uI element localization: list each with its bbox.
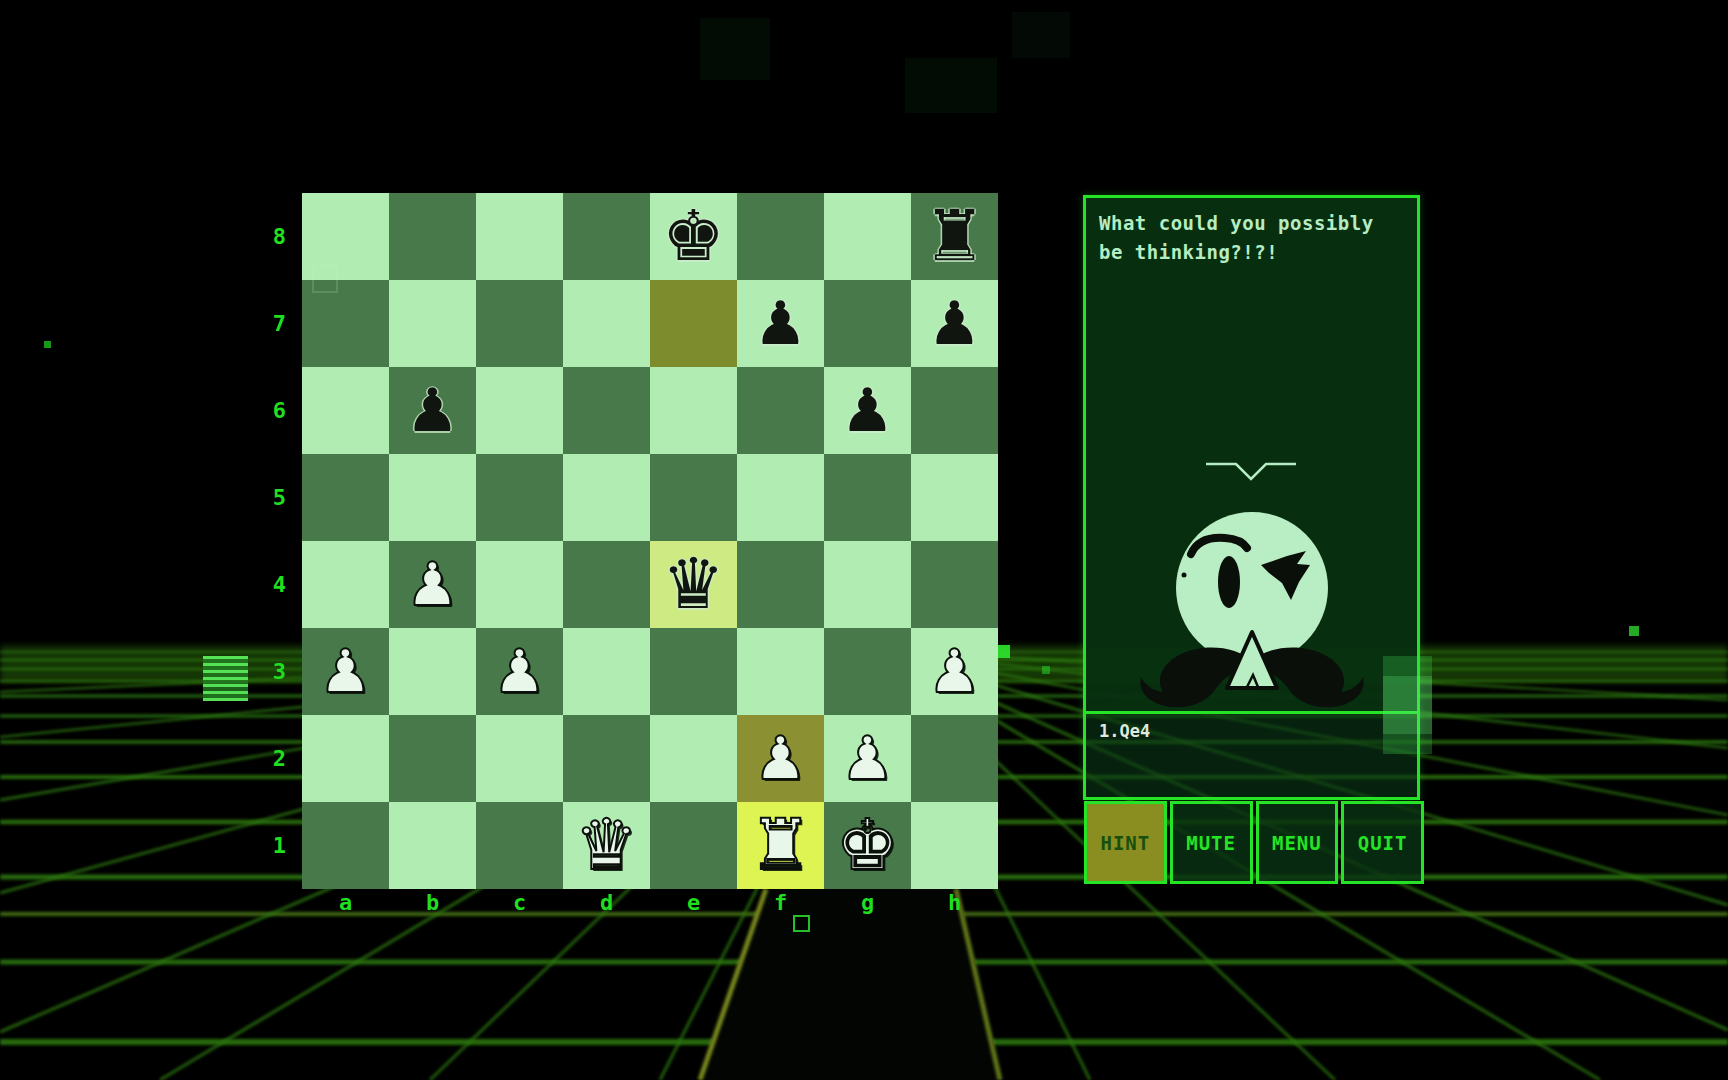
piece-white-pawn: ♟: [754, 715, 808, 802]
rank-label-1: 1: [258, 802, 294, 889]
square-f2[interactable]: ♟: [737, 715, 824, 802]
glow-square: [1042, 666, 1050, 674]
square-c6[interactable]: [476, 367, 563, 454]
piece-black-pawn: ♟: [754, 280, 808, 367]
square-f3[interactable]: [737, 628, 824, 715]
outline-square: [793, 915, 810, 932]
square-g3[interactable]: [824, 628, 911, 715]
square-d7[interactable]: [563, 280, 650, 367]
square-d5[interactable]: [563, 454, 650, 541]
piece-black-pawn: ♟: [841, 367, 895, 454]
square-h3[interactable]: ♟: [911, 628, 998, 715]
square-b7[interactable]: [389, 280, 476, 367]
square-a1[interactable]: [302, 802, 389, 889]
background-shape: [905, 58, 997, 113]
square-a2[interactable]: [302, 715, 389, 802]
square-c8[interactable]: [476, 193, 563, 280]
file-label-g: g: [824, 891, 911, 917]
square-d3[interactable]: [563, 628, 650, 715]
button-menu[interactable]: MENU: [1256, 801, 1339, 884]
square-d6[interactable]: [563, 367, 650, 454]
square-a3[interactable]: ♟: [302, 628, 389, 715]
square-b2[interactable]: [389, 715, 476, 802]
file-label-h: h: [911, 891, 998, 917]
square-e5[interactable]: [650, 454, 737, 541]
square-a4[interactable]: [302, 541, 389, 628]
chess-board: ♚♜♟♟♟♟♟♛♟♟♟♟♟♛♜♚: [302, 193, 998, 889]
square-g2[interactable]: ♟: [824, 715, 911, 802]
square-b1[interactable]: [389, 802, 476, 889]
rank-label-2: 2: [258, 715, 294, 802]
square-g5[interactable]: [824, 454, 911, 541]
square-d1[interactable]: ♛: [563, 802, 650, 889]
square-g1[interactable]: ♚: [824, 802, 911, 889]
glow-square: [44, 341, 51, 348]
board-shadow: [698, 889, 1002, 1080]
square-h6[interactable]: [911, 367, 998, 454]
square-b5[interactable]: [389, 454, 476, 541]
piece-black-king: ♚: [662, 193, 725, 280]
square-e3[interactable]: [650, 628, 737, 715]
square-c5[interactable]: [476, 454, 563, 541]
background-shape: [1012, 12, 1070, 58]
square-b4[interactable]: ♟: [389, 541, 476, 628]
chevron-down-icon: [1206, 464, 1296, 479]
piece-black-queen: ♛: [662, 541, 725, 628]
file-label-c: c: [476, 891, 563, 917]
rank-label-3: 3: [258, 628, 294, 715]
square-f1[interactable]: ♜: [737, 802, 824, 889]
piece-white-king: ♚: [836, 802, 899, 889]
square-h1[interactable]: [911, 802, 998, 889]
square-b8[interactable]: [389, 193, 476, 280]
opponent-panel: What could you possibly be thinking?!?! …: [1083, 195, 1420, 800]
square-c4[interactable]: [476, 541, 563, 628]
piece-white-queen: ♛: [575, 802, 638, 889]
file-label-b: b: [389, 891, 476, 917]
move-list: 1.Qe4: [1099, 721, 1150, 741]
square-e2[interactable]: [650, 715, 737, 802]
square-a6[interactable]: [302, 367, 389, 454]
file-labels: abcdefgh: [302, 891, 998, 917]
square-g4[interactable]: [824, 541, 911, 628]
rank-label-5: 5: [258, 454, 294, 541]
button-mute[interactable]: MUTE: [1170, 801, 1253, 884]
file-label-f: f: [737, 891, 824, 917]
square-f5[interactable]: [737, 454, 824, 541]
piece-white-pawn: ♟: [841, 715, 895, 802]
square-e7[interactable]: [650, 280, 737, 367]
piece-white-pawn: ♟: [406, 541, 460, 628]
square-f4[interactable]: [737, 541, 824, 628]
rank-label-6: 6: [258, 367, 294, 454]
file-label-e: e: [650, 891, 737, 917]
square-a5[interactable]: [302, 454, 389, 541]
piece-white-rook: ♜: [749, 802, 812, 889]
piece-white-pawn: ♟: [319, 628, 373, 715]
square-a7[interactable]: [302, 280, 389, 367]
glow-square: [997, 645, 1010, 658]
square-d2[interactable]: [563, 715, 650, 802]
glow-square: [1629, 626, 1639, 636]
square-f6[interactable]: [737, 367, 824, 454]
button-row: HINTMUTEMENUQUIT: [1084, 801, 1424, 884]
button-hint[interactable]: HINT: [1084, 801, 1167, 884]
file-label-d: d: [563, 891, 650, 917]
square-e8[interactable]: ♚: [650, 193, 737, 280]
file-label-a: a: [302, 891, 389, 917]
left-eye: [1218, 556, 1240, 608]
speech-text: What could you possibly be thinking?!?!: [1099, 209, 1399, 268]
square-c3[interactable]: ♟: [476, 628, 563, 715]
glow-square: [203, 656, 248, 701]
square-f7[interactable]: ♟: [737, 280, 824, 367]
square-f8[interactable]: [737, 193, 824, 280]
square-b6[interactable]: ♟: [389, 367, 476, 454]
rank-label-7: 7: [258, 280, 294, 367]
square-e1[interactable]: [650, 802, 737, 889]
piece-white-pawn: ♟: [928, 628, 982, 715]
square-c2[interactable]: [476, 715, 563, 802]
rank-labels: 87654321: [258, 193, 294, 889]
opponent-avatar: [1126, 443, 1386, 723]
square-a8[interactable]: [302, 193, 389, 280]
square-h8[interactable]: ♜: [911, 193, 998, 280]
square-g8[interactable]: [824, 193, 911, 280]
button-quit[interactable]: QUIT: [1341, 801, 1424, 884]
square-h2[interactable]: [911, 715, 998, 802]
rank-label-8: 8: [258, 193, 294, 280]
square-h4[interactable]: [911, 541, 998, 628]
square-d4[interactable]: [563, 541, 650, 628]
square-h5[interactable]: [911, 454, 998, 541]
square-g6[interactable]: ♟: [824, 367, 911, 454]
square-c7[interactable]: [476, 280, 563, 367]
square-b3[interactable]: [389, 628, 476, 715]
square-g7[interactable]: [824, 280, 911, 367]
speech-box: What could you possibly be thinking?!?!: [1086, 198, 1417, 714]
rank-label-4: 4: [258, 541, 294, 628]
move-list-area: 1.Qe4: [1086, 714, 1417, 797]
piece-black-pawn: ♟: [406, 367, 460, 454]
square-h7[interactable]: ♟: [911, 280, 998, 367]
square-e4[interactable]: ♛: [650, 541, 737, 628]
square-c1[interactable]: [476, 802, 563, 889]
game-screen: 87654321 abcdefgh ♚♜♟♟♟♟♟♛♟♟♟♟♟♛♜♚ What …: [0, 0, 1728, 1080]
piece-black-pawn: ♟: [928, 280, 982, 367]
piece-white-pawn: ♟: [493, 628, 547, 715]
background-shape: [700, 18, 770, 80]
piece-black-rook: ♜: [923, 193, 986, 280]
square-e6[interactable]: [650, 367, 737, 454]
square-d8[interactable]: [563, 193, 650, 280]
